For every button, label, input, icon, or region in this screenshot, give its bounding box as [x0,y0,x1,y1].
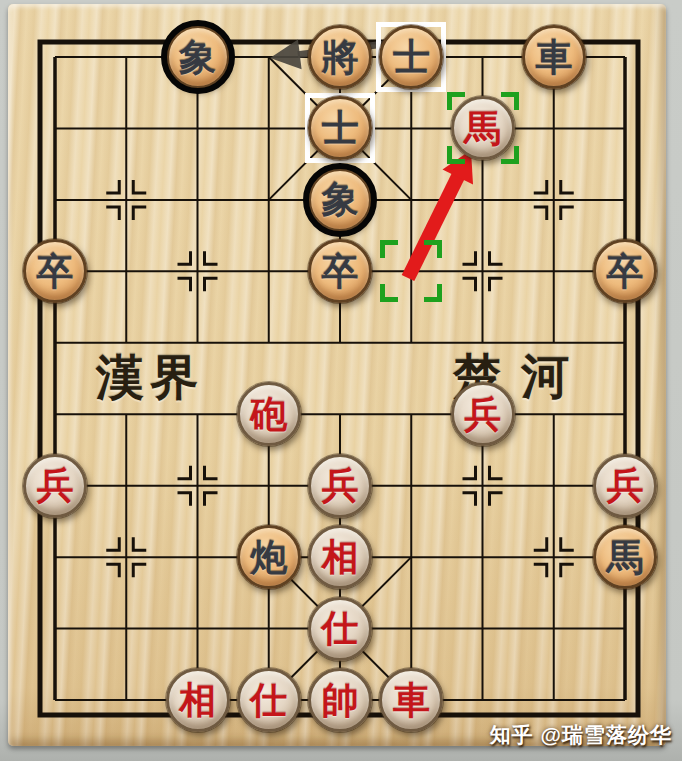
piece-black-advisor[interactable]: 士 [379,25,443,89]
bracket-corner-bl [380,284,398,302]
piece-red-soldier[interactable]: 兵 [451,382,515,446]
piece-black-cannon[interactable]: 炮 [237,525,301,589]
piece-black-soldier[interactable]: 卒 [308,239,372,303]
piece-red-advisor[interactable]: 仕 [237,668,301,732]
bracket-corner-bl [447,146,465,164]
bracket-corner-tl [380,240,398,258]
bracket-corner-br [424,284,442,302]
piece-red-soldier[interactable]: 兵 [593,454,657,518]
piece-red-elephant[interactable]: 相 [308,525,372,589]
bracket-corner-tl [447,92,465,110]
move-destination-marker [447,92,519,164]
piece-red-advisor[interactable]: 仕 [308,597,372,661]
bracket-corner-tr [424,240,442,258]
move-origin-marker [380,240,442,302]
piece-red-chariot[interactable]: 車 [379,668,443,732]
bracket-corner-tr [501,92,519,110]
river-label-han-border: 漢界 [96,346,204,410]
piece-red-cannon[interactable]: 砲 [237,382,301,446]
piece-black-general[interactable]: 將 [308,25,372,89]
bracket-corner-br [501,146,519,164]
piece-black-chariot[interactable]: 車 [522,25,586,89]
black-circle-annotation [161,20,235,94]
piece-black-soldier[interactable]: 卒 [593,239,657,303]
piece-red-soldier[interactable]: 兵 [308,454,372,518]
piece-black-horse[interactable]: 馬 [593,525,657,589]
watermark: 知乎 @瑞雪落纷华 [490,721,672,749]
piece-red-soldier[interactable]: 兵 [23,454,87,518]
piece-red-general[interactable]: 帥 [308,668,372,732]
piece-black-soldier[interactable]: 卒 [23,239,87,303]
piece-black-advisor[interactable]: 士 [308,96,372,160]
black-circle-annotation [303,163,377,237]
piece-red-elephant[interactable]: 相 [166,668,230,732]
page: { "game": "xiangqi", "position": { "fen"… [0,0,682,761]
